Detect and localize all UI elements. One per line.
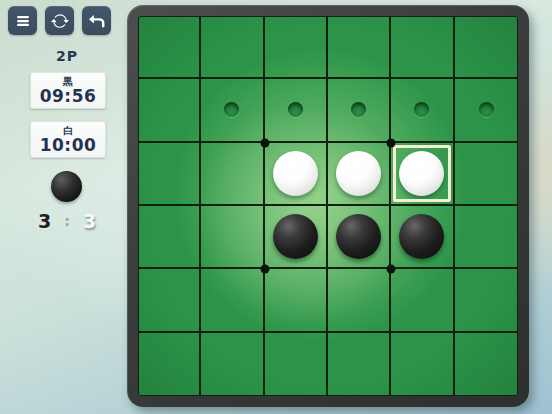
black-disc <box>273 214 318 259</box>
cell-c1 <box>265 16 328 79</box>
white-disc <box>336 151 381 196</box>
score-row: 3 : 3 <box>0 210 134 232</box>
white-clock: 白 10:00 <box>30 121 106 158</box>
black-clock-time: 09:56 <box>40 87 97 105</box>
white-disc <box>399 151 444 196</box>
legal-move-hint-dot <box>351 102 366 117</box>
cell-f2[interactable] <box>455 79 518 142</box>
cell-e3 <box>391 143 454 206</box>
cell-d4 <box>328 206 391 269</box>
legal-move-hint-dot <box>288 102 303 117</box>
cell-b4 <box>201 206 264 269</box>
cell-f3 <box>455 143 518 206</box>
cell-c6 <box>265 333 328 396</box>
cell-a2 <box>138 79 201 142</box>
cell-e4 <box>391 206 454 269</box>
board-frame <box>127 5 529 407</box>
legal-move-hint-dot <box>479 102 494 117</box>
cell-e2[interactable] <box>391 79 454 142</box>
cell-b3 <box>201 143 264 206</box>
cell-c4 <box>265 206 328 269</box>
cell-a5 <box>138 269 201 332</box>
sidebar: 2P 黒 09:56 白 10:00 3 : 3 <box>0 0 134 414</box>
black-disc <box>399 214 444 259</box>
board-grid <box>138 16 518 396</box>
score-separator: : <box>64 213 70 229</box>
star-point <box>387 265 396 274</box>
cell-c5 <box>265 269 328 332</box>
cell-c3 <box>265 143 328 206</box>
cell-b2[interactable] <box>201 79 264 142</box>
white-score: 3 <box>83 210 96 232</box>
cell-d2[interactable] <box>328 79 391 142</box>
cell-a6 <box>138 333 201 396</box>
cell-e5 <box>391 269 454 332</box>
star-point <box>260 265 269 274</box>
cell-d5 <box>328 269 391 332</box>
cell-d3 <box>328 143 391 206</box>
star-point <box>387 138 396 147</box>
othello-board <box>138 16 518 396</box>
legal-move-hint-dot <box>224 102 239 117</box>
cell-e6 <box>391 333 454 396</box>
cell-c2[interactable] <box>265 79 328 142</box>
white-clock-time: 10:00 <box>40 136 97 154</box>
othello-app: 2P 黒 09:56 白 10:00 3 : 3 <box>0 0 552 414</box>
game-mode-label: 2P <box>0 48 134 64</box>
cell-f1 <box>455 16 518 79</box>
turn-indicator-black-disc <box>51 171 82 202</box>
cell-a3 <box>138 143 201 206</box>
star-point <box>260 138 269 147</box>
cell-e1 <box>391 16 454 79</box>
cell-f4 <box>455 206 518 269</box>
cell-a4 <box>138 206 201 269</box>
cell-b6 <box>201 333 264 396</box>
cell-a1 <box>138 16 201 79</box>
cell-d1 <box>328 16 391 79</box>
cell-f6 <box>455 333 518 396</box>
cell-b1 <box>201 16 264 79</box>
legal-move-hint-dot <box>414 102 429 117</box>
cell-d6 <box>328 333 391 396</box>
black-clock: 黒 09:56 <box>30 72 106 109</box>
black-score: 3 <box>38 210 51 232</box>
white-disc <box>273 151 318 196</box>
black-disc <box>336 214 381 259</box>
cell-b5 <box>201 269 264 332</box>
cell-f5 <box>455 269 518 332</box>
